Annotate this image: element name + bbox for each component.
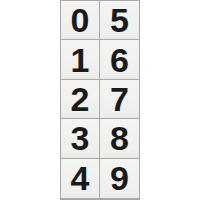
number-tile-4: 4 [61,159,100,198]
number-grid: 0 5 1 6 2 7 3 8 4 9 [60,0,140,200]
digit-label-4: 4 [71,161,90,195]
number-tile-9: 9 [100,159,139,198]
digit-label-3: 3 [71,121,90,155]
number-tile-3: 3 [61,119,100,158]
sticker-sheet: 0 5 1 6 2 7 3 8 4 9 [0,0,200,200]
digit-label-2: 2 [71,82,90,116]
number-tile-0: 0 [61,1,100,40]
number-tile-6: 6 [100,40,139,79]
digit-label-7: 7 [110,82,129,116]
number-tile-8: 8 [100,119,139,158]
digit-label-0: 0 [71,3,90,37]
number-tile-1: 1 [61,40,100,79]
digit-label-6: 6 [110,43,129,77]
number-tile-5: 5 [100,1,139,40]
digit-label-8: 8 [110,121,129,155]
digit-label-1: 1 [71,43,90,77]
digit-label-9: 9 [110,161,129,195]
digit-label-5: 5 [110,3,129,37]
number-tile-2: 2 [61,80,100,119]
number-tile-7: 7 [100,80,139,119]
